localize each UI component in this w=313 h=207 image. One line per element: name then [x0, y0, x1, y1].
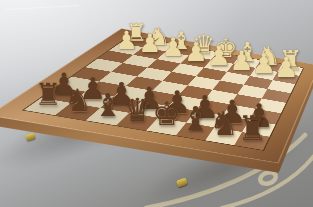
piece-black-bishop-c8[interactable]: ♝: [94, 89, 122, 121]
piece-black-rook-a8[interactable]: ♜: [34, 80, 61, 111]
piece-white-pawn-c2[interactable]: ♟: [162, 35, 185, 61]
piece-white-pawn-b2[interactable]: ♟: [139, 31, 162, 56]
piece-black-king-e8[interactable]: ♚: [152, 99, 181, 131]
piece-white-pawn-g2[interactable]: ♟: [252, 50, 277, 77]
piece-white-pawn-h2[interactable]: ♟: [274, 54, 299, 82]
piece-white-pawn-d2[interactable]: ♟: [184, 39, 207, 65]
chess-set-product-photo: ♜♞♝♛♚♝♞♜♟♟♟♟♟♟♟♟♟♟♟♟♟♟♟♟♜♞♝♛♚♝♞♜: [0, 0, 313, 207]
piece-white-pawn-e2[interactable]: ♟: [207, 43, 231, 70]
piece-white-pawn-a2[interactable]: ♟: [115, 27, 137, 52]
piece-black-rook-h8[interactable]: ♜: [237, 112, 267, 146]
piece-black-knight-g8[interactable]: ♞: [209, 107, 239, 140]
piece-white-pawn-f2[interactable]: ♟: [229, 47, 253, 74]
piece-black-knight-b8[interactable]: ♞: [64, 85, 92, 116]
piece-black-bishop-f8[interactable]: ♝: [181, 103, 211, 136]
piece-black-queen-d8[interactable]: ♛: [123, 94, 152, 126]
pieces-layer: ♜♞♝♛♚♝♞♜♟♟♟♟♟♟♟♟♟♟♟♟♟♟♟♟♜♞♝♛♚♝♞♜: [0, 0, 313, 207]
